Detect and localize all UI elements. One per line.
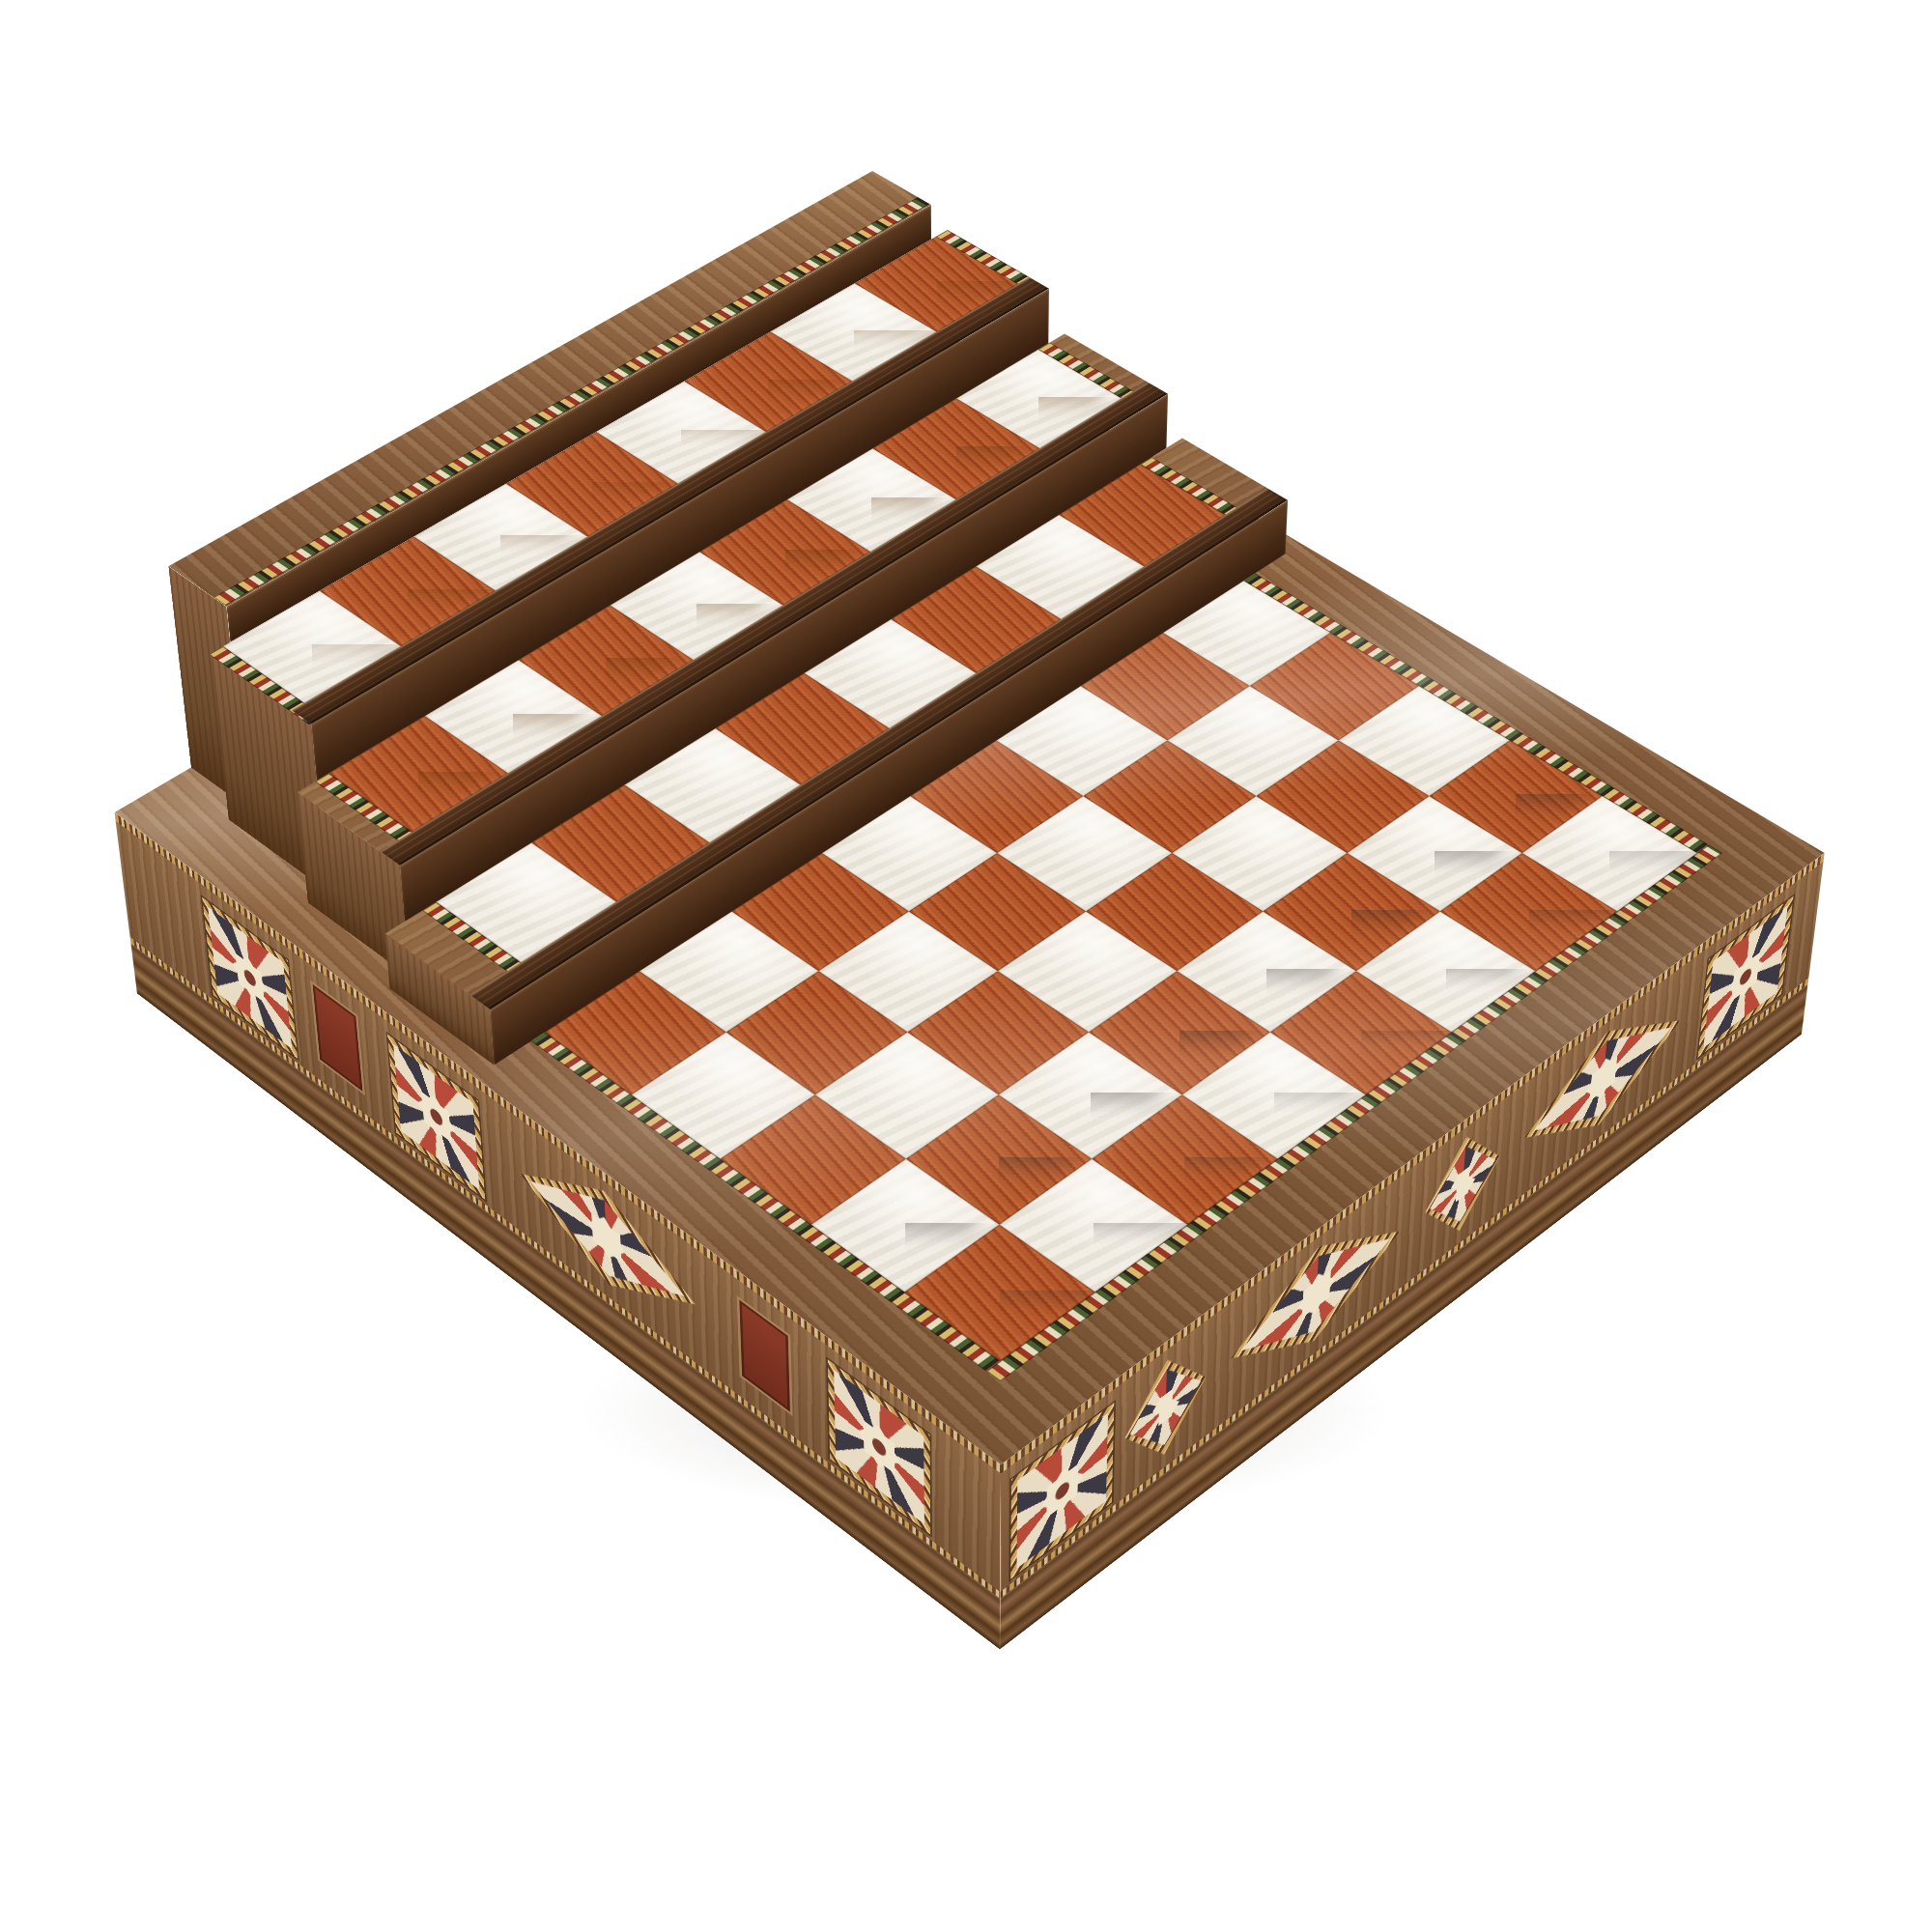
silver-rook-glyph: ♜	[843, 983, 1156, 1332]
photo-scene: ♜♞♝♛♚♝♞♜♟♟♟♟♟♟♟♟♟♟♟♟♟♟♟♟♜♞♝♛♚♝♞♜	[0, 0, 1932, 1932]
square-a4[interactable]	[632, 1032, 815, 1158]
gold-pawn-glyph: ♟	[307, 554, 529, 801]
board-plane: ♜♞♝♛♚♝♞♜♟♟♟♟♟♟♟♟♟♟♟♟♟♟♟♟♜♞♝♛♚♝♞♜	[115, 329, 1825, 1465]
